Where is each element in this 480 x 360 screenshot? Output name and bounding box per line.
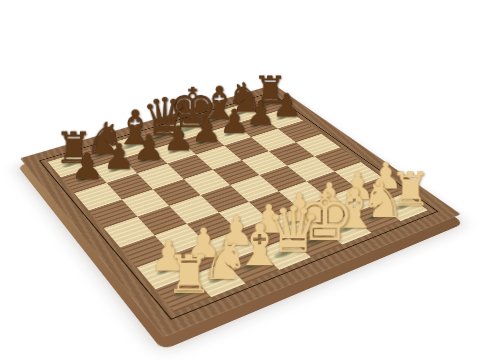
rook-glyph: ♜ bbox=[166, 248, 213, 301]
chess-set-photo: ♜♞♝♛♚♝♞♜♟♟♟♟♟♟♟♟♟♟♟♟♟♟♟♟♜♞♝♛♚♝♞♜ bbox=[0, 0, 480, 360]
piece-white-rook[interactable]: ♜ bbox=[166, 248, 213, 301]
board-3d-wrapper: ♜♞♝♛♚♝♞♜♟♟♟♟♟♟♟♟♟♟♟♟♟♟♟♟♜♞♝♛♚♝♞♜ bbox=[20, 85, 461, 338]
